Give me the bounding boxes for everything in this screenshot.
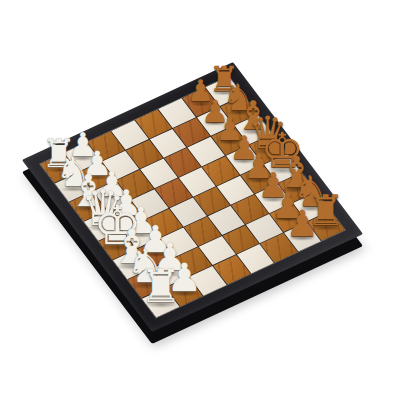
piece-brown-pawn: ♟ xyxy=(286,206,318,242)
piece-white-rook: ♜ xyxy=(140,263,181,309)
chess-set-photo: ♜♟♞♟♝♟♛♟♟♜♚♟♟♞♝♟♟♝♞♟♟♛♜♟♟♚♟♝♟♞♟♜ xyxy=(0,0,400,400)
